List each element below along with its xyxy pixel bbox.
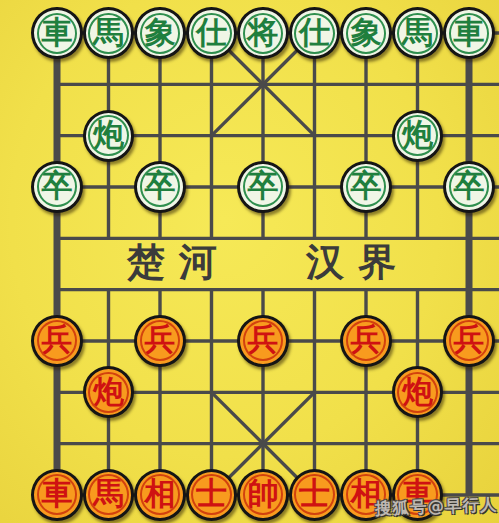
piece-character: 車: [454, 17, 485, 48]
board-point: [443, 264, 495, 315]
board-point: 馬: [83, 469, 135, 520]
piece-red-cannon[interactable]: 炮: [392, 366, 444, 418]
board-point: 炮: [83, 110, 135, 161]
board-point: [31, 367, 83, 418]
board-point: 馬: [392, 7, 444, 58]
piece-character: 兵: [351, 324, 382, 355]
board-point: [134, 418, 186, 469]
piece-green-soldier[interactable]: 卒: [134, 161, 186, 213]
piece-character: 馬: [93, 17, 124, 48]
board-point: 士: [186, 469, 238, 520]
piece-red-general[interactable]: 帥: [237, 469, 289, 521]
board-point: [340, 59, 392, 110]
board-point: 士: [289, 469, 341, 520]
board-point: [392, 418, 444, 469]
board-point: [443, 110, 495, 161]
piece-character: 帥: [248, 478, 279, 509]
piece-character: 卒: [454, 170, 485, 201]
board-point: 炮: [392, 367, 444, 418]
piece-green-elephant[interactable]: 象: [340, 7, 392, 59]
board-point: 卒: [443, 161, 495, 212]
board-point: [134, 110, 186, 161]
piece-character: 卒: [351, 170, 382, 201]
piece-green-chariot[interactable]: 車: [443, 7, 495, 59]
piece-green-elephant[interactable]: 象: [134, 7, 186, 59]
board-point: 相: [134, 469, 186, 520]
piece-red-horse[interactable]: 馬: [83, 469, 135, 521]
piece-red-chariot[interactable]: 車: [31, 469, 83, 521]
piece-character: 卒: [42, 170, 73, 201]
piece-red-soldier[interactable]: 兵: [237, 315, 289, 367]
board-point: 兵: [237, 315, 289, 366]
piece-red-cannon[interactable]: 炮: [83, 366, 135, 418]
piece-character: 相: [145, 478, 176, 509]
board-point: [186, 418, 238, 469]
board-point: [31, 213, 83, 264]
board-point: [289, 59, 341, 110]
board-point: 炮: [83, 367, 135, 418]
board-point: [289, 315, 341, 366]
piece-character: 卒: [248, 170, 279, 201]
piece-green-advisor[interactable]: 仕: [186, 7, 238, 59]
board-point: 卒: [31, 161, 83, 212]
board-point: 象: [340, 7, 392, 58]
board-point: 将: [237, 7, 289, 58]
board-point: [340, 418, 392, 469]
piece-grid: 車馬象仕将仕象馬車炮炮卒卒卒卒卒兵兵兵兵兵炮炮車馬相士帥士相車: [31, 7, 495, 520]
board-point: 車: [31, 469, 83, 520]
board-point: 兵: [443, 315, 495, 366]
board-point: 象: [134, 7, 186, 58]
piece-character: 象: [351, 17, 382, 48]
board-point: [289, 418, 341, 469]
piece-character: 兵: [145, 324, 176, 355]
board-point: [83, 315, 135, 366]
piece-green-horse[interactable]: 馬: [392, 7, 444, 59]
board-point: [83, 59, 135, 110]
board-point: [31, 418, 83, 469]
piece-green-horse[interactable]: 馬: [83, 7, 135, 59]
board-point: 炮: [392, 110, 444, 161]
board-point: [443, 213, 495, 264]
board-point: 車: [31, 7, 83, 58]
board-point: [186, 367, 238, 418]
piece-character: 将: [248, 17, 279, 48]
piece-character: 士: [299, 478, 330, 509]
board-point: 車: [443, 7, 495, 58]
river-label-chu: 楚河: [127, 243, 231, 281]
board-point: [237, 367, 289, 418]
river-label-han: 汉界: [306, 243, 410, 281]
board-point: [237, 418, 289, 469]
board-point: [443, 367, 495, 418]
piece-green-soldier[interactable]: 卒: [340, 161, 392, 213]
piece-character: 兵: [42, 324, 73, 355]
board-point: [134, 59, 186, 110]
piece-green-soldier[interactable]: 卒: [237, 161, 289, 213]
piece-green-chariot[interactable]: 車: [31, 7, 83, 59]
piece-character: 卒: [145, 170, 176, 201]
board-point: 帥: [237, 469, 289, 520]
piece-green-advisor[interactable]: 仕: [289, 7, 341, 59]
piece-green-cannon[interactable]: 炮: [83, 110, 135, 162]
piece-green-cannon[interactable]: 炮: [392, 110, 444, 162]
piece-character: 象: [145, 17, 176, 48]
board-point: [186, 161, 238, 212]
piece-character: 馬: [93, 478, 124, 509]
xiangqi-board: 車馬象仕将仕象馬車炮炮卒卒卒卒卒兵兵兵兵兵炮炮車馬相士帥士相車 楚河 汉界 搜狐…: [0, 0, 499, 523]
board-point: [392, 315, 444, 366]
board-point: [237, 110, 289, 161]
piece-character: 兵: [248, 324, 279, 355]
board-point: [237, 264, 289, 315]
piece-character: 馬: [402, 17, 433, 48]
board-point: [443, 59, 495, 110]
board-point: [237, 59, 289, 110]
board-point: 兵: [340, 315, 392, 366]
piece-red-advisor[interactable]: 士: [289, 469, 341, 521]
board-point: 卒: [134, 161, 186, 212]
board-point: 兵: [134, 315, 186, 366]
board-point: [186, 110, 238, 161]
piece-character: 炮: [402, 376, 433, 407]
board-point: [392, 161, 444, 212]
piece-character: 炮: [93, 376, 124, 407]
piece-character: 炮: [93, 119, 124, 150]
piece-red-elephant[interactable]: 相: [134, 469, 186, 521]
board-point: [289, 161, 341, 212]
board-point: [340, 367, 392, 418]
piece-character: 仕: [196, 17, 227, 48]
board-point: [31, 59, 83, 110]
board-point: [83, 418, 135, 469]
piece-green-soldier[interactable]: 卒: [443, 161, 495, 213]
board-point: [134, 367, 186, 418]
piece-character: 士: [196, 478, 227, 509]
board-point: [289, 367, 341, 418]
board-point: 兵: [31, 315, 83, 366]
board-point: 馬: [83, 7, 135, 58]
board-point: [186, 59, 238, 110]
piece-character: 炮: [402, 119, 433, 150]
board-point: [392, 59, 444, 110]
board-point: [83, 161, 135, 212]
piece-green-soldier[interactable]: 卒: [31, 161, 83, 213]
board-point: [186, 315, 238, 366]
piece-character: 車: [42, 478, 73, 509]
watermark-text: 搜狐号@早行人: [374, 494, 497, 520]
piece-character: 車: [42, 17, 73, 48]
piece-character: 仕: [299, 17, 330, 48]
board-point: [237, 213, 289, 264]
piece-red-soldier[interactable]: 兵: [134, 315, 186, 367]
board-point: 仕: [289, 7, 341, 58]
piece-green-general[interactable]: 将: [237, 7, 289, 59]
piece-red-soldier[interactable]: 兵: [340, 315, 392, 367]
board-point: 仕: [186, 7, 238, 58]
piece-red-soldier[interactable]: 兵: [443, 315, 495, 367]
board-point: 卒: [340, 161, 392, 212]
board-point: 卒: [237, 161, 289, 212]
board-point: [31, 110, 83, 161]
board-point: [31, 264, 83, 315]
board-point: [443, 418, 495, 469]
board-point: [289, 110, 341, 161]
piece-red-soldier[interactable]: 兵: [31, 315, 83, 367]
piece-red-advisor[interactable]: 士: [186, 469, 238, 521]
piece-character: 兵: [454, 324, 485, 355]
board-point: [340, 110, 392, 161]
